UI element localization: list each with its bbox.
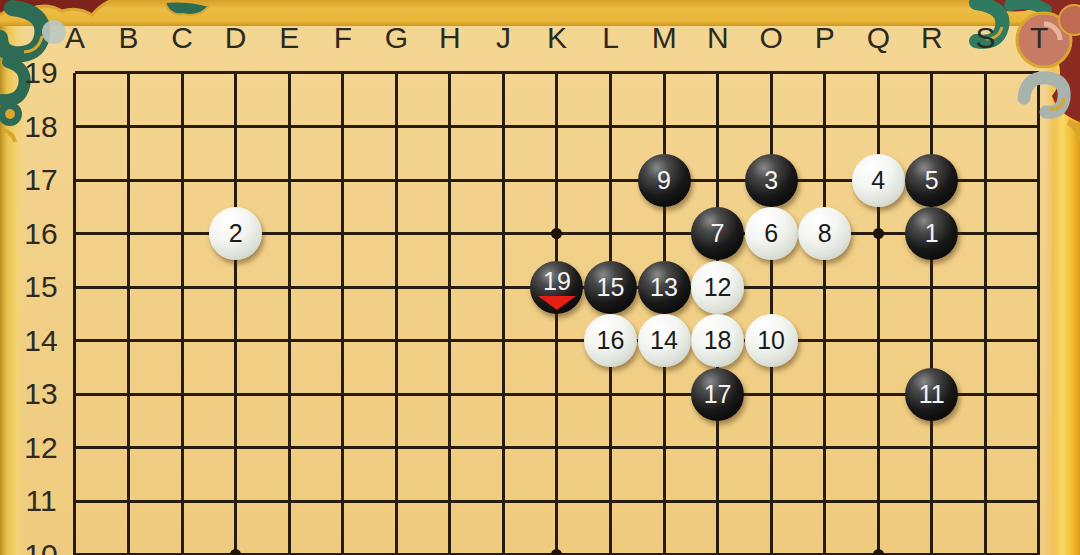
col-label-N: N: [707, 23, 729, 53]
go-board-screen: ABCDEFGHJKLMNOPQRST19181716151413121110 …: [0, 0, 1080, 555]
col-label-F: F: [334, 23, 352, 53]
col-label-S: S: [976, 23, 996, 53]
col-label-A: A: [65, 23, 85, 53]
col-label-L: L: [602, 23, 619, 53]
col-label-P: P: [815, 23, 835, 53]
col-label-R: R: [921, 23, 943, 53]
coordinate-labels: ABCDEFGHJKLMNOPQRST19181716151413121110: [0, 0, 1080, 555]
col-label-D: D: [225, 23, 247, 53]
col-label-C: C: [171, 23, 193, 53]
col-label-E: E: [279, 23, 299, 53]
row-label-14: 14: [24, 326, 57, 356]
col-label-G: G: [385, 23, 408, 53]
row-label-13: 13: [24, 379, 57, 409]
col-label-T: T: [1030, 23, 1048, 53]
row-label-15: 15: [24, 272, 57, 302]
col-label-K: K: [547, 23, 567, 53]
col-label-B: B: [119, 23, 139, 53]
row-label-16: 16: [24, 219, 57, 249]
col-label-H: H: [439, 23, 461, 53]
row-label-10: 10: [24, 540, 57, 555]
row-label-11: 11: [25, 486, 56, 516]
row-label-18: 18: [24, 112, 57, 142]
col-label-O: O: [760, 23, 783, 53]
col-label-M: M: [652, 23, 677, 53]
col-label-J: J: [496, 23, 511, 53]
row-label-12: 12: [24, 433, 57, 463]
row-label-17: 17: [24, 165, 57, 195]
row-label-19: 19: [24, 58, 57, 88]
col-label-Q: Q: [867, 23, 890, 53]
